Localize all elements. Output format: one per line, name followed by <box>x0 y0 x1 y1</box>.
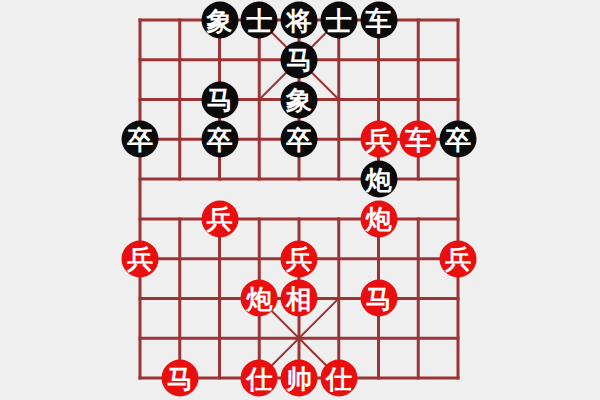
piece-red-cannon[interactable]: 炮 <box>241 280 278 317</box>
piece-red-general[interactable]: 帅 <box>281 360 318 397</box>
piece-red-elephant[interactable]: 相 <box>281 280 318 317</box>
piece-red-cannon[interactable]: 炮 <box>360 200 397 237</box>
piece-red-horse[interactable]: 马 <box>161 360 198 397</box>
piece-red-advisor[interactable]: 仕 <box>320 360 357 397</box>
piece-red-soldier[interactable]: 兵 <box>201 200 238 237</box>
piece-red-soldier[interactable]: 兵 <box>360 121 397 158</box>
piece-black-general[interactable]: 将 <box>281 2 318 39</box>
piece-black-advisor[interactable]: 士 <box>320 2 357 39</box>
piece-red-chariot[interactable]: 车 <box>400 121 437 158</box>
piece-black-soldier[interactable]: 卒 <box>281 121 318 158</box>
piece-black-horse[interactable]: 马 <box>201 81 238 118</box>
piece-red-soldier[interactable]: 兵 <box>122 240 159 277</box>
xiangqi-board: 象士将士车马马象卒卒卒兵车卒炮兵炮兵兵兵炮相马马仕帅仕 <box>0 0 600 400</box>
piece-red-advisor[interactable]: 仕 <box>241 360 278 397</box>
piece-black-elephant[interactable]: 象 <box>201 2 238 39</box>
piece-black-chariot[interactable]: 车 <box>360 2 397 39</box>
piece-red-horse[interactable]: 马 <box>360 280 397 317</box>
piece-black-elephant[interactable]: 象 <box>281 81 318 118</box>
piece-black-soldier[interactable]: 卒 <box>440 121 477 158</box>
piece-black-advisor[interactable]: 士 <box>241 2 278 39</box>
piece-red-soldier[interactable]: 兵 <box>281 240 318 277</box>
piece-black-soldier[interactable]: 卒 <box>201 121 238 158</box>
piece-red-soldier[interactable]: 兵 <box>440 240 477 277</box>
piece-black-soldier[interactable]: 卒 <box>122 121 159 158</box>
piece-black-cannon[interactable]: 炮 <box>360 161 397 198</box>
piece-black-horse[interactable]: 马 <box>281 41 318 78</box>
